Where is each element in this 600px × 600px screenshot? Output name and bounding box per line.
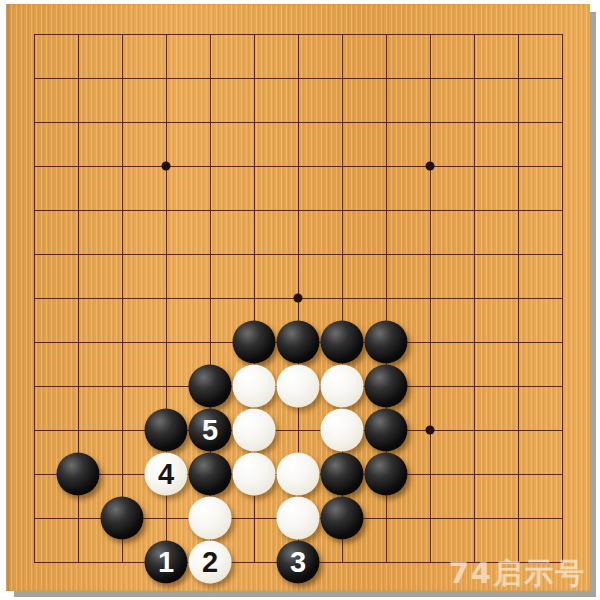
black-stone (145, 409, 188, 452)
star-point (426, 162, 435, 171)
black-stone (365, 365, 408, 408)
move-number-label: 4 (158, 460, 174, 489)
white-stone: 2 (189, 541, 232, 584)
star-point (426, 426, 435, 435)
board-overlay: 54123 (0, 0, 600, 600)
black-stone (365, 409, 408, 452)
white-stone (233, 365, 276, 408)
white-stone (189, 497, 232, 540)
move-number-label: 3 (290, 548, 306, 577)
black-stone (101, 497, 144, 540)
grid-line-vertical (430, 34, 431, 563)
move-number-label: 2 (202, 548, 218, 577)
grid-line-vertical (518, 34, 519, 563)
grid-line-vertical (474, 34, 475, 563)
black-stone (57, 453, 100, 496)
black-stone: 3 (277, 541, 320, 584)
black-stone (321, 321, 364, 364)
black-stone (233, 321, 276, 364)
move-number-label: 1 (158, 548, 174, 577)
star-point (294, 294, 303, 303)
black-stone (321, 497, 364, 540)
grid-line-vertical (562, 34, 563, 563)
black-stone: 1 (145, 541, 188, 584)
black-stone (277, 321, 320, 364)
black-stone (189, 365, 232, 408)
white-stone (277, 365, 320, 408)
white-stone (277, 497, 320, 540)
white-stone: 4 (145, 453, 188, 496)
grid-line-horizontal (34, 430, 563, 431)
move-number-label: 5 (202, 416, 218, 445)
white-stone (277, 453, 320, 496)
white-stone (321, 365, 364, 408)
white-stone (233, 409, 276, 452)
star-point (162, 162, 171, 171)
watermark-text: 74启示号 (449, 554, 586, 594)
white-stone (233, 453, 276, 496)
black-stone (189, 453, 232, 496)
black-stone (365, 321, 408, 364)
black-stone (321, 453, 364, 496)
white-stone (321, 409, 364, 452)
black-stone: 5 (189, 409, 232, 452)
black-stone (365, 453, 408, 496)
